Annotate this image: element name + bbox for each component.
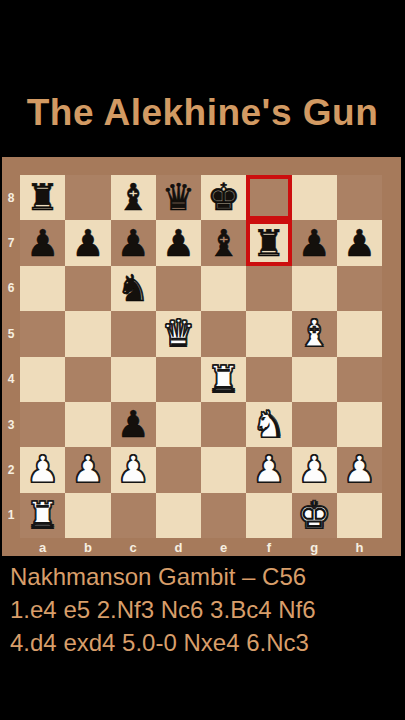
piece-black-pawn: ♟ [117,225,150,262]
square-h5[interactable] [337,311,382,356]
square-d6[interactable] [156,266,201,311]
page-title: The Alekhine's Gun [0,92,405,134]
piece-black-bishop: ♝ [117,179,150,216]
file-labels: abcdefgh [20,538,382,556]
square-g8[interactable] [292,175,337,220]
square-g2[interactable]: ♟ [292,447,337,492]
piece-white-pawn: ♟ [117,451,150,488]
piece-black-bishop: ♝ [207,225,240,262]
square-a7[interactable]: ♟ [20,220,65,265]
file-label-d: d [156,538,201,556]
piece-black-pawn: ♟ [162,225,195,262]
moves-line-2: 4.d4 exd4 5.0-0 Nxe4 6.Nc3 [10,626,401,659]
square-h2[interactable]: ♟ [337,447,382,492]
square-f2[interactable]: ♟ [246,447,291,492]
square-e7[interactable]: ♝ [201,220,246,265]
piece-white-pawn: ♟ [71,451,104,488]
square-b1[interactable] [65,493,110,538]
square-h8[interactable] [337,175,382,220]
square-c7[interactable]: ♟ [111,220,156,265]
piece-black-pawn: ♟ [343,225,376,262]
square-f7[interactable]: ♜ [246,220,291,265]
square-b6[interactable] [65,266,110,311]
square-a1[interactable]: ♜ [20,493,65,538]
piece-white-knight: ♞ [252,406,285,443]
square-g6[interactable] [292,266,337,311]
square-f1[interactable] [246,493,291,538]
square-c8[interactable]: ♝ [111,175,156,220]
square-e6[interactable] [201,266,246,311]
square-e1[interactable] [201,493,246,538]
rank-label-2: 2 [2,447,20,492]
square-h6[interactable] [337,266,382,311]
piece-black-rook: ♜ [26,179,59,216]
piece-white-bishop: ♝ [298,315,331,352]
caption: Nakhmanson Gambit – C56 1.e4 e5 2.Nf3 Nc… [10,560,401,659]
square-h3[interactable] [337,402,382,447]
square-f4[interactable] [246,357,291,402]
square-g7[interactable]: ♟ [292,220,337,265]
piece-black-rook: ♜ [252,225,285,262]
square-d5[interactable]: ♛ [156,311,201,356]
square-b7[interactable]: ♟ [65,220,110,265]
square-h7[interactable]: ♟ [337,220,382,265]
square-c3[interactable]: ♟ [111,402,156,447]
square-h1[interactable] [337,493,382,538]
square-f8[interactable] [246,175,291,220]
square-a4[interactable] [20,357,65,402]
square-b8[interactable] [65,175,110,220]
file-label-e: e [201,538,246,556]
piece-black-pawn: ♟ [298,225,331,262]
rank-label-8: 8 [2,175,20,220]
piece-white-rook: ♜ [26,497,59,534]
piece-black-knight: ♞ [117,270,150,307]
file-label-f: f [246,538,291,556]
square-b2[interactable]: ♟ [65,447,110,492]
square-d3[interactable] [156,402,201,447]
square-g1[interactable]: ♚ [292,493,337,538]
board-grid: ♜♝♛♚♟♟♟♟♝♜♟♟♞♛♝♜♟♞♟♟♟♟♟♟♜♚ [20,175,382,538]
square-a6[interactable] [20,266,65,311]
square-h4[interactable] [337,357,382,402]
rank-label-6: 6 [2,266,20,311]
piece-white-rook: ♜ [207,361,240,398]
rank-label-5: 5 [2,311,20,356]
square-d7[interactable]: ♟ [156,220,201,265]
rank-labels: 87654321 [2,175,20,538]
square-b4[interactable] [65,357,110,402]
square-b3[interactable] [65,402,110,447]
square-a8[interactable]: ♜ [20,175,65,220]
piece-white-pawn: ♟ [26,451,59,488]
rank-label-4: 4 [2,357,20,402]
square-b5[interactable] [65,311,110,356]
square-f6[interactable] [246,266,291,311]
square-e5[interactable] [201,311,246,356]
file-label-h: h [337,538,382,556]
chess-board: 87654321 ♜♝♛♚♟♟♟♟♝♜♟♟♞♛♝♜♟♞♟♟♟♟♟♟♜♚ abcd… [2,157,401,556]
square-c5[interactable] [111,311,156,356]
square-a3[interactable] [20,402,65,447]
square-g3[interactable] [292,402,337,447]
piece-black-pawn: ♟ [117,406,150,443]
file-label-g: g [292,538,337,556]
square-e8[interactable]: ♚ [201,175,246,220]
square-c4[interactable] [111,357,156,402]
square-e3[interactable] [201,402,246,447]
rank-label-3: 3 [2,402,20,447]
piece-black-queen: ♛ [162,179,195,216]
square-d4[interactable] [156,357,201,402]
square-c2[interactable]: ♟ [111,447,156,492]
moves-line-1: 1.e4 e5 2.Nf3 Nc6 3.Bc4 Nf6 [10,593,401,626]
file-label-b: b [65,538,110,556]
rank-label-7: 7 [2,220,20,265]
square-a5[interactable] [20,311,65,356]
square-d1[interactable] [156,493,201,538]
square-d8[interactable]: ♛ [156,175,201,220]
square-e4[interactable]: ♜ [201,357,246,402]
square-c6[interactable]: ♞ [111,266,156,311]
piece-white-pawn: ♟ [252,451,285,488]
piece-black-pawn: ♟ [71,225,104,262]
piece-white-pawn: ♟ [298,451,331,488]
piece-white-king: ♚ [298,497,331,534]
square-d2[interactable] [156,447,201,492]
rank-label-1: 1 [2,493,20,538]
video-frame: The Alekhine's Gun 87654321 ♜♝♛♚♟♟♟♟♝♜♟♟… [0,0,405,720]
opening-name: Nakhmanson Gambit – C56 [10,560,401,593]
file-label-a: a [20,538,65,556]
square-c1[interactable] [111,493,156,538]
piece-white-pawn: ♟ [343,451,376,488]
square-g4[interactable] [292,357,337,402]
file-label-c: c [111,538,156,556]
piece-black-pawn: ♟ [26,225,59,262]
square-f3[interactable]: ♞ [246,402,291,447]
square-e2[interactable] [201,447,246,492]
square-g5[interactable]: ♝ [292,311,337,356]
piece-white-queen: ♛ [162,315,195,352]
piece-black-king: ♚ [207,179,240,216]
square-f5[interactable] [246,311,291,356]
square-a2[interactable]: ♟ [20,447,65,492]
